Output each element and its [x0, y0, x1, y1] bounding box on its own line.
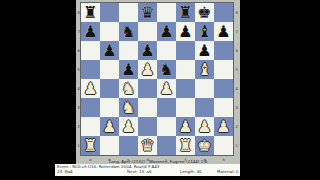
rank-label-5-text: 5 [77, 67, 79, 71]
square-h2[interactable]: ♟ [214, 117, 233, 136]
square-g2[interactable]: ♟ [195, 117, 214, 136]
square-b5[interactable] [100, 60, 119, 79]
white-pawn: ♟ [102, 117, 116, 136]
square-a7[interactable]: ♟ [81, 22, 100, 41]
square-f8[interactable]: ♜ [176, 3, 195, 22]
rank-label-5-text: 5 [235, 67, 237, 71]
video-frame: abcdefgh 87654321 87654321 ♜♛♜♚♟♞♟♟♝♟♟♟♟… [0, 0, 320, 180]
white-rook: ♜ [83, 136, 97, 155]
square-d3[interactable] [138, 98, 157, 117]
square-a2[interactable] [81, 117, 100, 136]
black-king: ♚ [197, 3, 211, 22]
game-info-box: Event : NLD-ch U16, Rotterdam 2004, Roun… [55, 164, 240, 176]
square-f6[interactable] [176, 41, 195, 60]
square-h8[interactable] [214, 3, 233, 22]
material-text: Material: 0 [217, 169, 238, 174]
square-f4[interactable] [176, 79, 195, 98]
length-text: Length: 30 [180, 169, 202, 174]
rank-label-4-text: 4 [235, 86, 237, 90]
black-pawn: ♟ [121, 60, 135, 79]
white-pawn: ♟ [197, 117, 211, 136]
black-pawn: ♟ [83, 22, 97, 41]
square-d2[interactable] [138, 117, 157, 136]
chess-board: ♜♛♜♚♟♞♟♟♝♟♟♟♟♟♟♞♝♟♞♟♞♟♟♟♟♟♜♛♜♚ [81, 3, 233, 155]
event-text: Event : NLD-ch U16, Rotterdam 2004, Roun… [57, 164, 159, 169]
rank-label-3-text: 3 [77, 105, 79, 109]
square-h5[interactable] [214, 60, 233, 79]
square-e5[interactable]: ♞ [157, 60, 176, 79]
players-text: Long, April (2132) - Wasonen, Eugene (21… [109, 159, 207, 164]
square-d7[interactable] [138, 22, 157, 41]
square-d8[interactable]: ♛ [138, 3, 157, 22]
white-pawn: ♟ [216, 117, 230, 136]
rank-label-7: 7 [234, 22, 239, 41]
square-f3[interactable] [176, 98, 195, 117]
square-g7[interactable]: ♝ [195, 22, 214, 41]
white-rook: ♜ [178, 136, 192, 155]
square-d4[interactable] [138, 79, 157, 98]
black-rook: ♜ [83, 3, 97, 22]
white-knight: ♞ [121, 98, 135, 117]
square-f5[interactable] [176, 60, 195, 79]
rank-label-1: 1 [234, 136, 239, 155]
square-e3[interactable] [157, 98, 176, 117]
square-e2[interactable] [157, 117, 176, 136]
square-f7[interactable]: ♟ [176, 22, 195, 41]
square-e1[interactable] [157, 136, 176, 155]
square-g3[interactable] [195, 98, 214, 117]
square-e8[interactable] [157, 3, 176, 22]
white-pawn: ♟ [159, 79, 173, 98]
rank-label-7-text: 7 [235, 29, 237, 33]
white-knight: ♞ [121, 79, 135, 98]
square-d1[interactable]: ♛ [138, 136, 157, 155]
square-h1[interactable] [214, 136, 233, 155]
square-c2[interactable]: ♟ [119, 117, 138, 136]
rank-label-3-text: 3 [235, 105, 237, 109]
square-b2[interactable]: ♟ [100, 117, 119, 136]
black-pawn: ♟ [197, 41, 211, 60]
white-queen: ♛ [140, 136, 154, 155]
rank-label-7-text: 7 [77, 29, 79, 33]
rank-label-1-text: 1 [235, 143, 237, 147]
rank-label-6: 6 [234, 41, 239, 60]
move-text: 23. Na4 [57, 169, 73, 174]
square-d5[interactable]: ♟ [138, 60, 157, 79]
square-a8[interactable]: ♜ [81, 3, 100, 22]
square-h4[interactable] [214, 79, 233, 98]
white-pawn: ♟ [140, 60, 154, 79]
next-move-text: Next: 13. a6 [127, 169, 152, 174]
rank-label-2-text: 2 [235, 124, 237, 128]
black-knight: ♞ [121, 22, 135, 41]
rank-label-8: 8 [234, 3, 239, 22]
rank-labels-right: 87654321 [234, 3, 239, 155]
square-a3[interactable] [81, 98, 100, 117]
white-bishop: ♝ [197, 60, 211, 79]
white-king: ♚ [197, 136, 211, 155]
black-pawn: ♟ [178, 22, 192, 41]
square-e6[interactable] [157, 41, 176, 60]
rank-label-6-text: 6 [235, 48, 237, 52]
square-a5[interactable] [81, 60, 100, 79]
rank-label-2-text: 2 [77, 124, 79, 128]
square-h6[interactable] [214, 41, 233, 60]
square-h7[interactable]: ♟ [214, 22, 233, 41]
rank-label-1-text: 1 [77, 143, 79, 147]
chess-panel: abcdefgh 87654321 87654321 ♜♛♜♚♟♞♟♟♝♟♟♟♟… [76, 0, 240, 164]
square-b4[interactable] [100, 79, 119, 98]
square-b7[interactable] [100, 22, 119, 41]
square-c6[interactable] [119, 41, 138, 60]
black-knight: ♞ [159, 60, 173, 79]
square-g4[interactable] [195, 79, 214, 98]
square-c3[interactable]: ♞ [119, 98, 138, 117]
square-d6[interactable]: ♟ [138, 41, 157, 60]
square-g8[interactable]: ♚ [195, 3, 214, 22]
square-e4[interactable]: ♟ [157, 79, 176, 98]
black-pawn: ♟ [159, 22, 173, 41]
square-f1[interactable]: ♜ [176, 136, 195, 155]
square-c8[interactable] [119, 3, 138, 22]
square-a6[interactable] [81, 41, 100, 60]
square-a1[interactable]: ♜ [81, 136, 100, 155]
rank-label-4-text: 4 [77, 86, 79, 90]
rank-label-5: 5 [234, 60, 239, 79]
black-pawn: ♟ [102, 41, 116, 60]
white-pawn: ♟ [121, 117, 135, 136]
rank-label-6-text: 6 [77, 48, 79, 52]
white-pawn: ♟ [83, 79, 97, 98]
black-pawn: ♟ [140, 41, 154, 60]
square-c1[interactable] [119, 136, 138, 155]
square-g6[interactable]: ♟ [195, 41, 214, 60]
square-b8[interactable] [100, 3, 119, 22]
rank-label-3: 3 [234, 98, 239, 117]
black-rook: ♜ [178, 3, 192, 22]
black-pawn: ♟ [216, 22, 230, 41]
square-b3[interactable] [100, 98, 119, 117]
square-a4[interactable]: ♟ [81, 79, 100, 98]
square-e7[interactable]: ♟ [157, 22, 176, 41]
rank-label-8-text: 8 [77, 10, 79, 14]
square-h3[interactable] [214, 98, 233, 117]
black-queen: ♛ [140, 3, 154, 22]
black-bishop: ♝ [197, 22, 211, 41]
square-g5[interactable]: ♝ [195, 60, 214, 79]
white-pawn: ♟ [178, 117, 192, 136]
square-f2[interactable]: ♟ [176, 117, 195, 136]
square-c4[interactable]: ♞ [119, 79, 138, 98]
square-b1[interactable] [100, 136, 119, 155]
square-b6[interactable]: ♟ [100, 41, 119, 60]
rank-label-4: 4 [234, 79, 239, 98]
square-c5[interactable]: ♟ [119, 60, 138, 79]
square-g1[interactable]: ♚ [195, 136, 214, 155]
rank-label-8-text: 8 [235, 10, 237, 14]
rank-label-2: 2 [234, 117, 239, 136]
square-c7[interactable]: ♞ [119, 22, 138, 41]
